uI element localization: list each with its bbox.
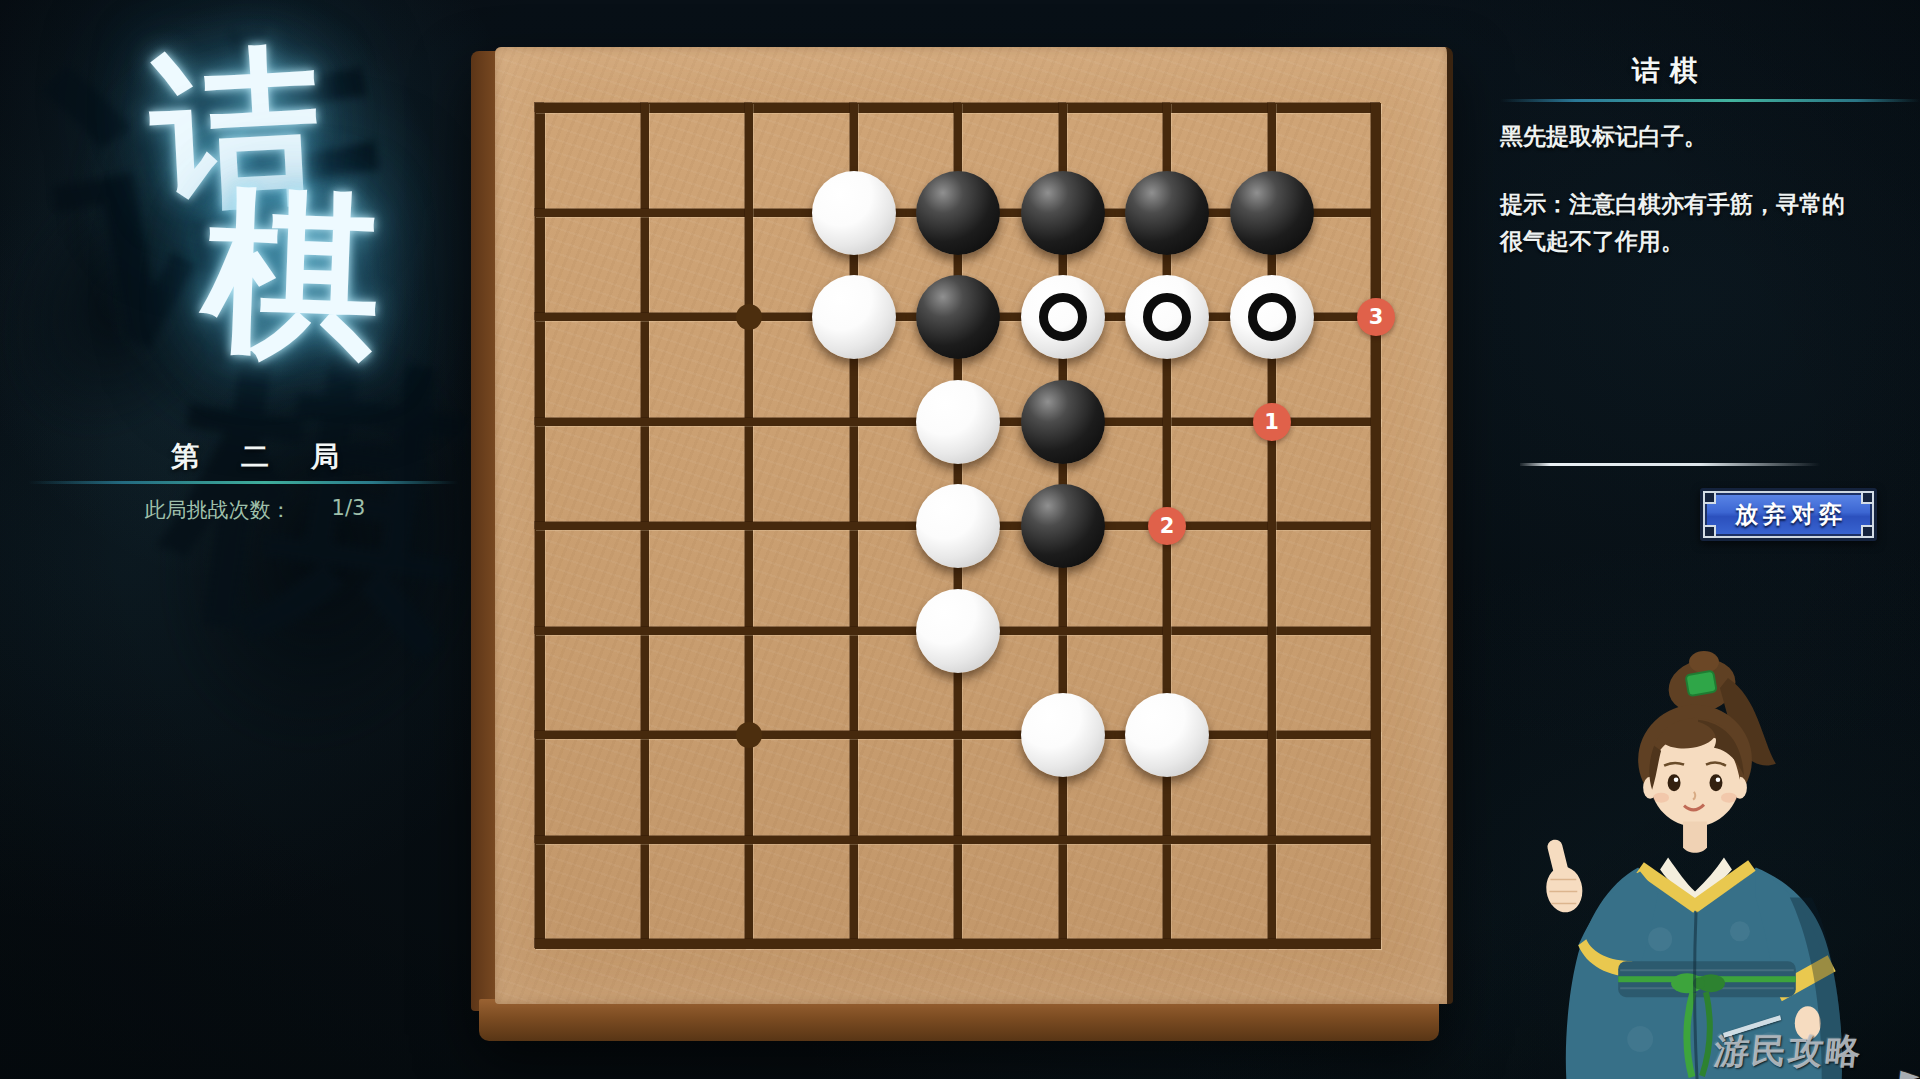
capture-mark-ring [1039,293,1087,341]
watermark-text: 游民攻略组 [1707,1028,1901,1079]
stone-black [1021,484,1105,568]
grid-line-vertical [1371,103,1381,949]
teal-divider [28,481,458,484]
stone-black [1021,380,1105,464]
board-left-edge [471,51,497,1011]
button-frame: 放弃对弈 [1703,491,1874,538]
npc-character-illustration [1490,640,1920,1079]
stone-white-marked [1125,275,1209,359]
move-badge: 1 [1253,403,1291,441]
tsumego-calligraphy-char2: 棋 [200,155,384,398]
puzzle-title: 诘棋 [1492,52,1838,90]
stone-black [1230,171,1314,255]
capture-mark-ring [1143,293,1191,341]
watermark-arrow-icon: ► [1898,1060,1920,1079]
stone-white [916,589,1000,673]
attempts-row: 此局挑战次数： 1/3 [40,496,470,524]
hint-line2: 很气起不了作用。 [1500,223,1914,260]
stone-black [1021,171,1105,255]
stone-black [916,171,1000,255]
stone-white-marked [1230,275,1314,359]
stone-white [916,484,1000,568]
stone-white [812,275,896,359]
stone-white [1125,693,1209,777]
attempts-value: 1/3 [332,496,366,524]
stone-black [1125,171,1209,255]
give-up-button-label: 放弃对弈 [1705,493,1872,536]
grid-line-horizontal [535,731,1381,739]
round-label: 第 二 局 [40,438,470,476]
give-up-button[interactable]: 放弃对弈 [1700,488,1877,541]
teal-divider [1500,99,1920,102]
stone-white [1021,693,1105,777]
hint-text: 提示：注意白棋亦有手筋，寻常的 很气起不了作用。 [1500,186,1914,260]
grid-line-horizontal [535,939,1381,949]
attempts-label: 此局挑战次数： [145,496,292,524]
star-point [736,722,762,748]
move-badge: 3 [1357,298,1395,336]
screen: 诘 棋 诘 棋 第 二 局 此局挑战次数： 1/3 123 诘棋 黑先提取标记白… [0,0,1920,1079]
stone-white [916,380,1000,464]
star-point [736,304,762,330]
grid-line-horizontal [535,836,1381,844]
go-board-grid[interactable]: 123 [540,108,1376,944]
divider-line [1520,463,1820,466]
watermark: 游民攻略组 ► [1707,1028,1920,1079]
objective-text: 黑先提取标记白子。 [1500,118,1914,154]
stone-white-marked [1021,275,1105,359]
stone-white [812,171,896,255]
move-badge: 2 [1148,507,1186,545]
capture-mark-ring [1248,293,1296,341]
board-front-edge [479,999,1439,1041]
stone-black [916,275,1000,359]
hint-line1: 提示：注意白棋亦有手筋，寻常的 [1500,186,1914,223]
